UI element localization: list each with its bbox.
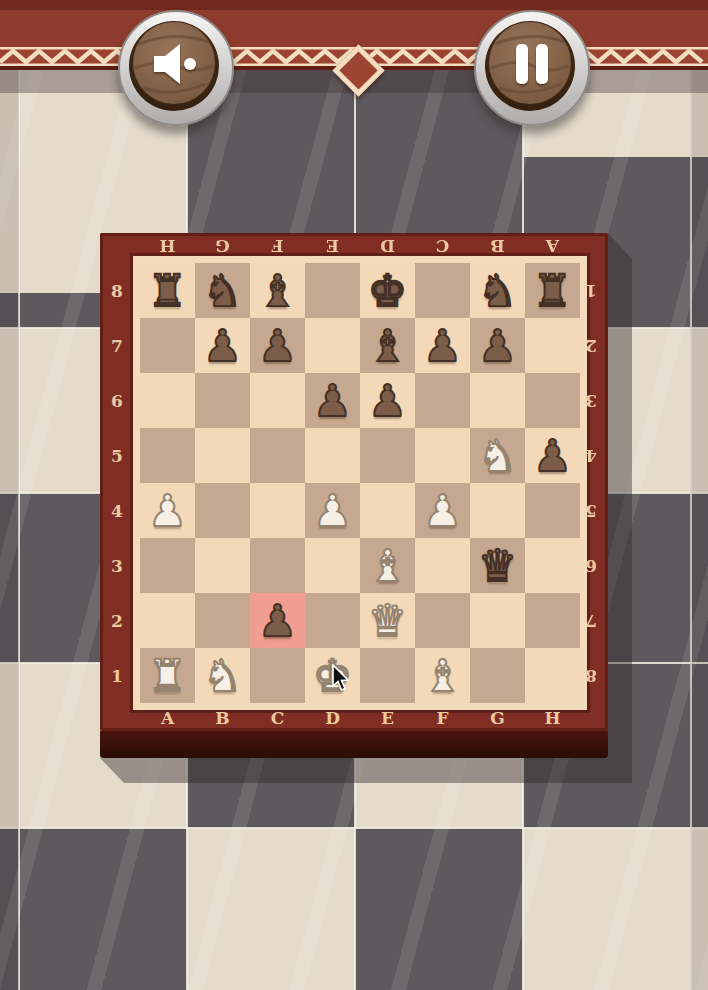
square-d8[interactable] [305, 263, 360, 318]
square-c1[interactable] [250, 648, 305, 703]
square-h1[interactable] [525, 648, 580, 703]
square-h7[interactable] [525, 318, 580, 373]
square-d2[interactable] [305, 593, 360, 648]
square-h5[interactable]: ♟ [525, 428, 580, 483]
square-b8[interactable]: ♞ [195, 263, 250, 318]
square-a8[interactable]: ♜ [140, 263, 195, 318]
square-f5[interactable] [415, 428, 470, 483]
square-d3[interactable] [305, 538, 360, 593]
square-e6[interactable]: ♟ [360, 373, 415, 428]
piece-black-knight: ♞ [195, 263, 250, 318]
square-b2[interactable] [195, 593, 250, 648]
square-g1[interactable] [470, 648, 525, 703]
piece-black-knight: ♞ [470, 263, 525, 318]
piece-black-pawn: ♟ [360, 373, 415, 428]
square-b6[interactable] [195, 373, 250, 428]
square-f2[interactable] [415, 593, 470, 648]
square-a3[interactable] [140, 538, 195, 593]
square-d1[interactable]: ♚ [305, 648, 360, 703]
square-e4[interactable] [360, 483, 415, 538]
board-side-3d [100, 731, 608, 758]
square-b4[interactable] [195, 483, 250, 538]
square-d5[interactable] [305, 428, 360, 483]
square-a6[interactable] [140, 373, 195, 428]
piece-white-queen: ♛ [360, 593, 415, 648]
square-a5[interactable] [140, 428, 195, 483]
square-a2[interactable] [140, 593, 195, 648]
square-g2[interactable] [470, 593, 525, 648]
header-band-top [0, 0, 708, 10]
square-f6[interactable] [415, 373, 470, 428]
square-c4[interactable] [250, 483, 305, 538]
square-f1[interactable]: ♝ [415, 648, 470, 703]
square-g4[interactable] [470, 483, 525, 538]
piece-black-rook: ♜ [525, 263, 580, 318]
square-e3[interactable]: ♝ [360, 538, 415, 593]
piece-black-bishop: ♝ [250, 263, 305, 318]
piece-white-pawn: ♟ [305, 483, 360, 538]
square-e1[interactable] [360, 648, 415, 703]
square-a7[interactable] [140, 318, 195, 373]
pause-button[interactable] [474, 10, 590, 126]
square-b1[interactable]: ♞ [195, 648, 250, 703]
square-h4[interactable] [525, 483, 580, 538]
square-f4[interactable]: ♟ [415, 483, 470, 538]
piece-black-pawn: ♟ [305, 373, 360, 428]
piece-white-knight: ♞ [195, 648, 250, 703]
piece-white-bishop: ♝ [415, 648, 470, 703]
pause-icon [512, 42, 552, 86]
square-g6[interactable] [470, 373, 525, 428]
square-a1[interactable]: ♜ [140, 648, 195, 703]
square-d4[interactable]: ♟ [305, 483, 360, 538]
square-c5[interactable] [250, 428, 305, 483]
piece-black-bishop: ♝ [360, 318, 415, 373]
square-h8[interactable]: ♜ [525, 263, 580, 318]
piece-white-knight: ♞ [470, 428, 525, 483]
piece-white-pawn: ♟ [140, 483, 195, 538]
piece-black-pawn: ♟ [525, 428, 580, 483]
piece-white-bishop: ♝ [360, 538, 415, 593]
square-h2[interactable] [525, 593, 580, 648]
square-b5[interactable] [195, 428, 250, 483]
square-d7[interactable] [305, 318, 360, 373]
square-e7[interactable]: ♝ [360, 318, 415, 373]
square-e2[interactable]: ♛ [360, 593, 415, 648]
square-a4[interactable]: ♟ [140, 483, 195, 538]
square-g8[interactable]: ♞ [470, 263, 525, 318]
piece-black-pawn: ♟ [250, 318, 305, 373]
square-c6[interactable] [250, 373, 305, 428]
square-c8[interactable]: ♝ [250, 263, 305, 318]
square-g5[interactable]: ♞ [470, 428, 525, 483]
square-g3[interactable]: ♛ [470, 538, 525, 593]
square-b7[interactable]: ♟ [195, 318, 250, 373]
sound-button[interactable] [118, 10, 234, 126]
square-b3[interactable] [195, 538, 250, 593]
chess-board: ♜♞♝♚♞♜♟♟♝♟♟♟♟♞♟♟♟♟♝♛♟♛♜♞♚♝ [140, 263, 580, 703]
piece-white-pawn: ♟ [415, 483, 470, 538]
square-c7[interactable]: ♟ [250, 318, 305, 373]
square-e5[interactable] [360, 428, 415, 483]
square-h6[interactable] [525, 373, 580, 428]
piece-black-pawn: ♟ [195, 318, 250, 373]
game-stage: ♜♞♝♚♞♜♟♟♝♟♟♟♟♞♟♟♟♟♝♛♟♛♜♞♚♝ HAGBFCEDDECFB… [0, 0, 708, 990]
piece-black-pawn: ♟ [415, 318, 470, 373]
square-c2[interactable]: ♟ [250, 593, 305, 648]
piece-black-queen: ♛ [470, 538, 525, 593]
piece-white-rook: ♜ [140, 648, 195, 703]
header-band [0, 10, 708, 47]
square-f7[interactable]: ♟ [415, 318, 470, 373]
piece-black-rook: ♜ [140, 263, 195, 318]
square-d6[interactable]: ♟ [305, 373, 360, 428]
speaker-icon [150, 42, 202, 86]
piece-black-pawn: ♟ [250, 593, 305, 648]
square-h3[interactable] [525, 538, 580, 593]
square-f3[interactable] [415, 538, 470, 593]
square-g7[interactable]: ♟ [470, 318, 525, 373]
piece-black-king: ♚ [360, 263, 415, 318]
square-f8[interactable] [415, 263, 470, 318]
piece-white-king: ♚ [305, 648, 360, 703]
square-e8[interactable]: ♚ [360, 263, 415, 318]
piece-black-pawn: ♟ [470, 318, 525, 373]
square-c3[interactable] [250, 538, 305, 593]
